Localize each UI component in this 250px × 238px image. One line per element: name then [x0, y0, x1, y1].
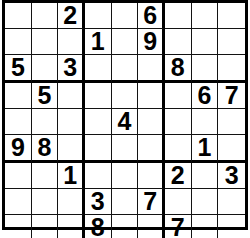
cell-r6c6[interactable]	[138, 135, 165, 163]
sudoku-board: 2 6 1 9 5 3 8 5 6 7 4 9 8 1 1	[2, 0, 248, 230]
cell-r4c5[interactable]	[112, 83, 139, 109]
cell-r2c7[interactable]	[165, 29, 192, 55]
cell-r9c8[interactable]	[192, 215, 219, 238]
cell-r5c6[interactable]	[138, 109, 165, 135]
cell-r3c4[interactable]	[85, 55, 112, 83]
cell-r6c4[interactable]	[85, 135, 112, 163]
cell-r6c2[interactable]: 8	[32, 135, 59, 163]
cell-r2c5[interactable]	[112, 29, 139, 55]
cell-r6c9[interactable]	[218, 135, 245, 163]
cell-r9c5[interactable]	[112, 215, 139, 238]
cell-r4c9[interactable]: 7	[218, 83, 245, 109]
cell-r5c5[interactable]: 4	[112, 109, 139, 135]
cell-r2c6[interactable]: 9	[138, 29, 165, 55]
cell-r7c8[interactable]	[192, 163, 219, 189]
cell-r8c9[interactable]	[218, 189, 245, 215]
cell-r2c1[interactable]	[5, 29, 32, 55]
cell-r8c3[interactable]	[58, 189, 85, 215]
cell-r7c3[interactable]: 1	[58, 163, 85, 189]
cell-r6c8[interactable]: 1	[192, 135, 219, 163]
cell-r6c3[interactable]	[58, 135, 85, 163]
cell-r6c5[interactable]	[112, 135, 139, 163]
cell-r1c6[interactable]: 6	[138, 3, 165, 29]
cell-r5c8[interactable]	[192, 109, 219, 135]
cell-r1c2[interactable]	[32, 3, 59, 29]
cell-r4c4[interactable]	[85, 83, 112, 109]
cell-r9c4[interactable]: 8	[85, 215, 112, 238]
cell-r9c3[interactable]	[58, 215, 85, 238]
cell-r8c7[interactable]	[165, 189, 192, 215]
cell-r1c8[interactable]	[192, 3, 219, 29]
cell-r2c2[interactable]	[32, 29, 59, 55]
cell-r7c4[interactable]	[85, 163, 112, 189]
cell-r1c7[interactable]	[165, 3, 192, 29]
cell-r1c3[interactable]: 2	[58, 3, 85, 29]
cell-r3c1[interactable]: 5	[5, 55, 32, 83]
cell-r4c6[interactable]	[138, 83, 165, 109]
cell-r2c4[interactable]: 1	[85, 29, 112, 55]
cell-r3c3[interactable]: 3	[58, 55, 85, 83]
cell-r4c1[interactable]	[5, 83, 32, 109]
cell-r7c9[interactable]: 3	[218, 163, 245, 189]
cell-r9c6[interactable]	[138, 215, 165, 238]
cell-r1c5[interactable]	[112, 3, 139, 29]
cell-r8c6[interactable]: 7	[138, 189, 165, 215]
cell-r4c3[interactable]	[58, 83, 85, 109]
cell-r3c9[interactable]	[218, 55, 245, 83]
cell-r2c8[interactable]	[192, 29, 219, 55]
cell-r8c4[interactable]: 3	[85, 189, 112, 215]
cell-r3c5[interactable]	[112, 55, 139, 83]
cell-r8c5[interactable]	[112, 189, 139, 215]
cell-r3c7[interactable]: 8	[165, 55, 192, 83]
cell-r5c1[interactable]	[5, 109, 32, 135]
cell-r4c7[interactable]	[165, 83, 192, 109]
cell-r4c8[interactable]: 6	[192, 83, 219, 109]
cell-r3c2[interactable]	[32, 55, 59, 83]
cell-r3c8[interactable]	[192, 55, 219, 83]
cell-r7c6[interactable]	[138, 163, 165, 189]
cell-r1c4[interactable]	[85, 3, 112, 29]
cell-r5c2[interactable]	[32, 109, 59, 135]
cell-r7c7[interactable]: 2	[165, 163, 192, 189]
cell-r5c3[interactable]	[58, 109, 85, 135]
cell-r6c1[interactable]: 9	[5, 135, 32, 163]
cell-r9c7[interactable]: 7	[165, 215, 192, 238]
cell-r9c2[interactable]	[32, 215, 59, 238]
cell-r5c9[interactable]	[218, 109, 245, 135]
cell-r5c4[interactable]	[85, 109, 112, 135]
cell-r8c8[interactable]	[192, 189, 219, 215]
cell-r4c2[interactable]: 5	[32, 83, 59, 109]
cell-r7c1[interactable]	[5, 163, 32, 189]
cell-r6c7[interactable]	[165, 135, 192, 163]
cell-r9c9[interactable]	[218, 215, 245, 238]
cell-r1c1[interactable]	[5, 3, 32, 29]
cell-r7c5[interactable]	[112, 163, 139, 189]
cell-r2c3[interactable]	[58, 29, 85, 55]
cell-r8c2[interactable]	[32, 189, 59, 215]
cell-r2c9[interactable]	[218, 29, 245, 55]
cell-r5c7[interactable]	[165, 109, 192, 135]
cell-r1c9[interactable]	[218, 3, 245, 29]
cell-r9c1[interactable]	[5, 215, 32, 238]
cell-r3c6[interactable]	[138, 55, 165, 83]
cell-r7c2[interactable]	[32, 163, 59, 189]
cell-r8c1[interactable]	[5, 189, 32, 215]
